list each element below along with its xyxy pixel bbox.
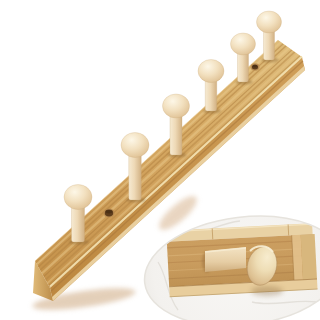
peg-stem xyxy=(129,152,142,201)
peg-rack-scene xyxy=(0,0,320,320)
peg-head xyxy=(198,60,224,83)
peg-stem xyxy=(170,112,182,155)
peg-head xyxy=(64,185,92,210)
peg-head xyxy=(257,11,282,33)
inset-peg-shadow xyxy=(251,286,283,296)
product-photo xyxy=(0,0,320,320)
peg-head xyxy=(231,33,256,55)
screw-hole-1 xyxy=(103,208,114,217)
peg-head xyxy=(121,133,149,158)
screw-hole-2 xyxy=(251,63,260,70)
peg-head xyxy=(163,94,190,118)
